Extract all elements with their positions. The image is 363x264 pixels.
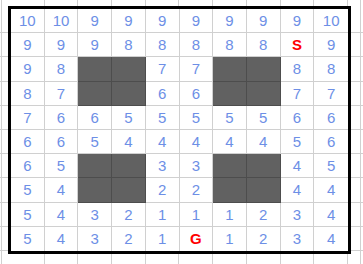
grid-cell[interactable]: 4: [180, 130, 214, 154]
grid-cell[interactable]: 2: [180, 178, 214, 202]
grid-cell[interactable]: 4: [213, 130, 247, 154]
grid-cell[interactable]: 1: [213, 203, 247, 227]
block-cell[interactable]: [247, 154, 281, 178]
grid-cell[interactable]: 5: [11, 227, 45, 251]
grid-cell[interactable]: 7: [180, 57, 214, 81]
grid-cell[interactable]: 9: [247, 9, 281, 33]
grid-cell[interactable]: 5: [78, 130, 112, 154]
block-cell[interactable]: [213, 82, 247, 106]
grid-cell[interactable]: 5: [11, 203, 45, 227]
grid-cell[interactable]: 1: [213, 227, 247, 251]
grid-cell[interactable]: 10: [314, 9, 348, 33]
grid-cell[interactable]: 8: [247, 33, 281, 57]
grid-cell[interactable]: 5: [314, 154, 348, 178]
grid-cell[interactable]: 5: [180, 106, 214, 130]
grid-cell[interactable]: 5: [247, 106, 281, 130]
grid-cell[interactable]: 4: [314, 203, 348, 227]
grid-cell[interactable]: 4: [281, 178, 315, 202]
block-cell[interactable]: [247, 82, 281, 106]
grid-cell[interactable]: 3: [281, 203, 315, 227]
grid-cell[interactable]: 5: [213, 106, 247, 130]
grid-cell[interactable]: 2: [112, 203, 146, 227]
grid-cell[interactable]: 3: [281, 227, 315, 251]
grid-cell[interactable]: 4: [281, 154, 315, 178]
grid-cell[interactable]: 3: [146, 154, 180, 178]
margin-gridline-stubs-right: [351, 9, 363, 251]
grid-cell[interactable]: 9: [45, 33, 79, 57]
grid-cell[interactable]: 1: [146, 203, 180, 227]
block-cell[interactable]: [112, 154, 146, 178]
block-cell[interactable]: [213, 57, 247, 81]
grid-cell[interactable]: 2: [112, 227, 146, 251]
grid-cell[interactable]: 8: [213, 33, 247, 57]
block-cell[interactable]: [247, 57, 281, 81]
block-cell[interactable]: [78, 178, 112, 202]
grid-cell[interactable]: 8: [146, 33, 180, 57]
grid-cell[interactable]: 9: [180, 9, 214, 33]
block-cell[interactable]: [112, 82, 146, 106]
grid-cell[interactable]: 6: [281, 106, 315, 130]
grid-cell[interactable]: 1: [146, 227, 180, 251]
grid-cell[interactable]: 8: [281, 57, 315, 81]
block-cell[interactable]: [78, 154, 112, 178]
grid-cell[interactable]: 9: [213, 9, 247, 33]
grid-cell[interactable]: 9: [11, 33, 45, 57]
grid-cell[interactable]: 3: [78, 227, 112, 251]
grid-cell[interactable]: 7: [11, 106, 45, 130]
block-cell[interactable]: [213, 178, 247, 202]
grid-cell[interactable]: 9: [314, 33, 348, 57]
grid-cell[interactable]: 10: [11, 9, 45, 33]
grid-cell[interactable]: 6: [45, 106, 79, 130]
grid-cell[interactable]: 6: [180, 82, 214, 106]
grid-cell[interactable]: 7: [45, 82, 79, 106]
grid-cell[interactable]: 4: [314, 227, 348, 251]
grid-cell[interactable]: 6: [11, 130, 45, 154]
block-cell[interactable]: [78, 82, 112, 106]
grid-cell[interactable]: 8: [180, 33, 214, 57]
grid-cell[interactable]: 6: [78, 106, 112, 130]
grid-cell[interactable]: 4: [314, 178, 348, 202]
grid-cell[interactable]: 5: [146, 106, 180, 130]
grid-cell[interactable]: 6: [314, 106, 348, 130]
grid-cell[interactable]: 5: [112, 106, 146, 130]
block-cell[interactable]: [112, 57, 146, 81]
grid-cell[interactable]: 8: [11, 82, 45, 106]
grid-cell[interactable]: 6: [45, 130, 79, 154]
grid-cell[interactable]: 9: [281, 9, 315, 33]
margin-gridline-stubs-left: [0, 9, 8, 251]
grid-cell[interactable]: 2: [146, 178, 180, 202]
grid-cell[interactable]: 4: [45, 203, 79, 227]
grid-cell[interactable]: 8: [45, 57, 79, 81]
block-cell[interactable]: [213, 154, 247, 178]
grid-cell[interactable]: 4: [112, 130, 146, 154]
block-cell[interactable]: [112, 178, 146, 202]
grid-cell[interactable]: 9: [78, 9, 112, 33]
grid-cell[interactable]: 10: [45, 9, 79, 33]
grid-cell[interactable]: 9: [112, 9, 146, 33]
grid-cell[interactable]: 1: [180, 203, 214, 227]
grid-cell[interactable]: 4: [146, 130, 180, 154]
grid-cell[interactable]: 6: [146, 82, 180, 106]
margin-gridline-stubs-bottom: [11, 254, 348, 264]
goal-cell[interactable]: G: [180, 227, 214, 251]
grid-cell[interactable]: 6: [11, 154, 45, 178]
grid-cell[interactable]: 9: [78, 33, 112, 57]
grid-cell[interactable]: 9: [11, 57, 45, 81]
grid-cell[interactable]: 4: [45, 178, 79, 202]
grid-cell[interactable]: 4: [247, 130, 281, 154]
grid-cell[interactable]: 3: [180, 154, 214, 178]
grid-cell[interactable]: 6: [314, 130, 348, 154]
maze-board: 101099999991099988888S998778887667776655…: [8, 6, 351, 254]
grid-cell[interactable]: 8: [314, 57, 348, 81]
grid-cell[interactable]: 2: [247, 227, 281, 251]
grid-cell[interactable]: 5: [45, 154, 79, 178]
start-cell[interactable]: S: [281, 33, 315, 57]
grid-cell[interactable]: 3: [78, 203, 112, 227]
block-cell[interactable]: [247, 178, 281, 202]
grid-cell[interactable]: 4: [45, 227, 79, 251]
grid-cell[interactable]: 7: [146, 57, 180, 81]
grid-cell[interactable]: 5: [11, 178, 45, 202]
grid-cell[interactable]: 2: [247, 203, 281, 227]
grid-cell[interactable]: 9: [146, 9, 180, 33]
grid-cell[interactable]: 5: [281, 130, 315, 154]
grid-cell[interactable]: 8: [112, 33, 146, 57]
grid-cell[interactable]: 7: [314, 82, 348, 106]
grid-cell[interactable]: 7: [281, 82, 315, 106]
block-cell[interactable]: [78, 57, 112, 81]
